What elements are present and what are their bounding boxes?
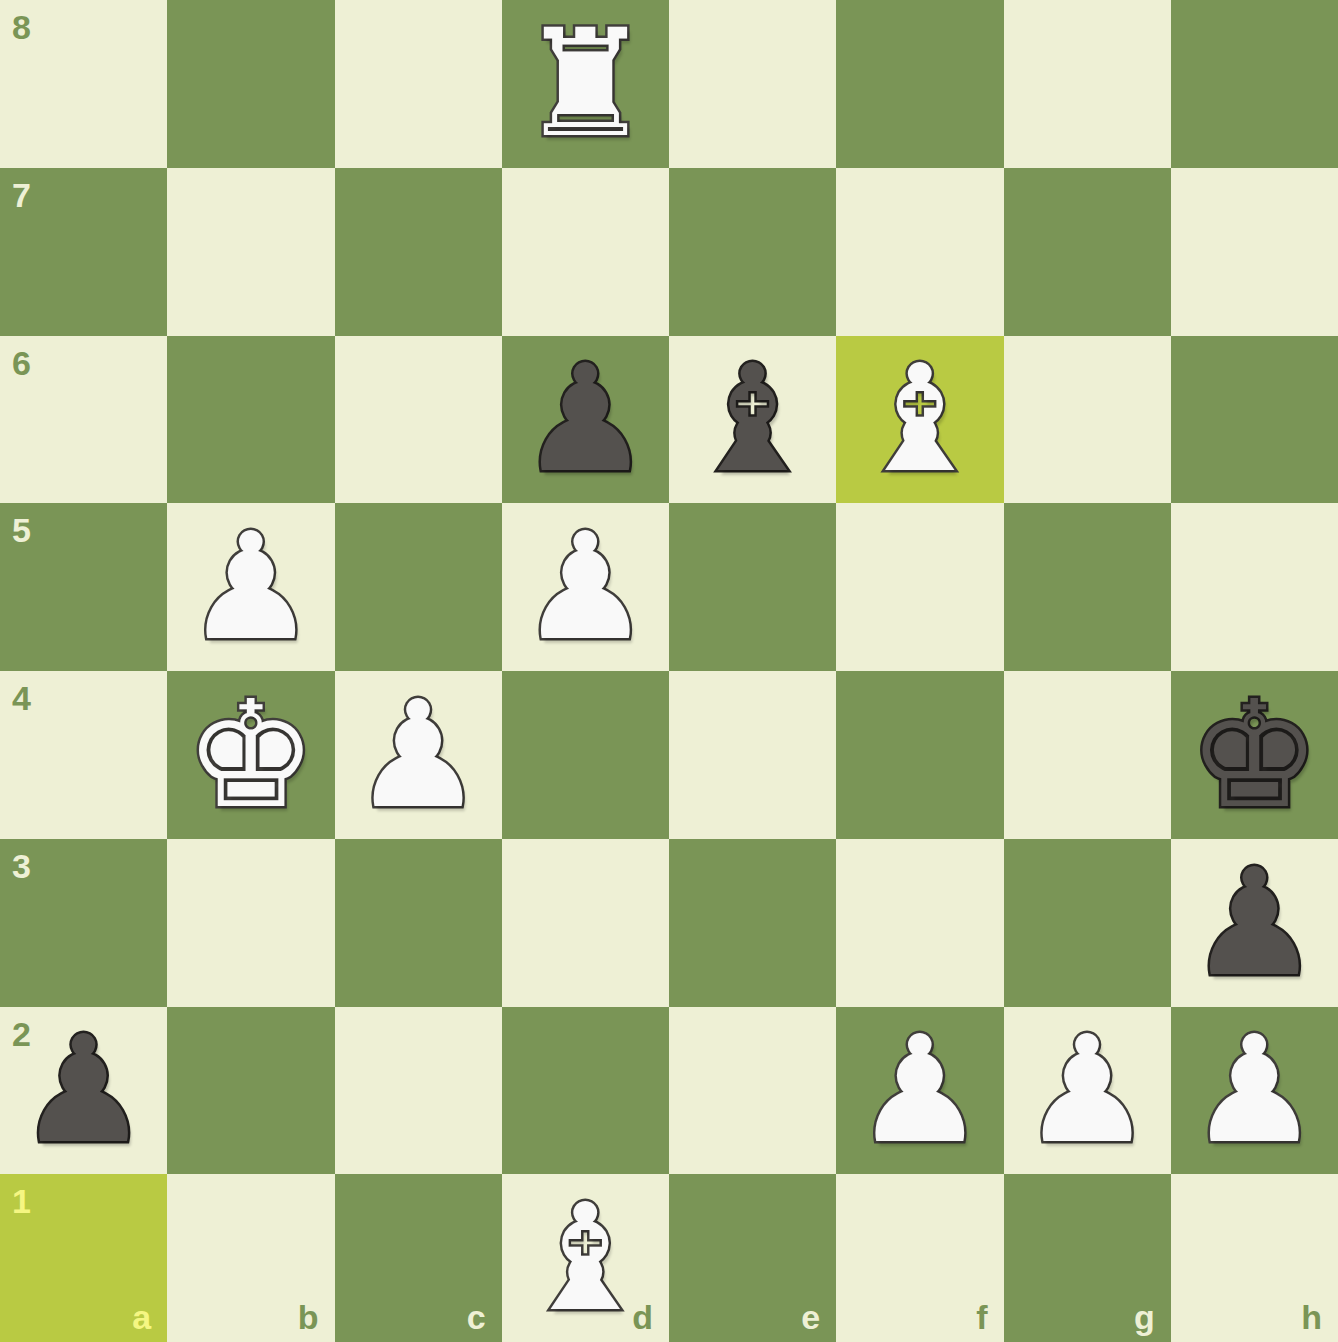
square-c1[interactable]: c: [335, 1174, 502, 1342]
square-b1[interactable]: b: [167, 1174, 334, 1342]
square-b2[interactable]: [167, 1007, 334, 1175]
file-label-e: e: [801, 1300, 820, 1334]
square-c6[interactable]: [335, 336, 502, 504]
square-d7[interactable]: [502, 168, 669, 336]
square-b8[interactable]: [167, 0, 334, 168]
square-d5[interactable]: ♟: [502, 503, 669, 671]
square-f8[interactable]: [836, 0, 1003, 168]
black-pawn-icon[interactable]: ♟: [502, 336, 669, 504]
square-f4[interactable]: [836, 671, 1003, 839]
square-f7[interactable]: [836, 168, 1003, 336]
square-a1[interactable]: 1a: [0, 1174, 167, 1342]
rank-label-1: 1: [12, 1184, 31, 1218]
square-e7[interactable]: [669, 168, 836, 336]
square-e8[interactable]: [669, 0, 836, 168]
file-label-f: f: [976, 1300, 987, 1334]
square-b5[interactable]: ♟: [167, 503, 334, 671]
white-pawn-icon[interactable]: ♟: [335, 671, 502, 839]
square-e1[interactable]: e: [669, 1174, 836, 1342]
square-h3[interactable]: ♟: [1171, 839, 1338, 1007]
file-label-a: a: [132, 1300, 151, 1334]
square-b6[interactable]: [167, 336, 334, 504]
white-king-icon[interactable]: ♚: [167, 671, 334, 839]
square-g6[interactable]: [1004, 336, 1171, 504]
file-label-b: b: [298, 1300, 319, 1334]
white-pawn-icon[interactable]: ♟: [1004, 1007, 1171, 1175]
rank-label-3: 3: [12, 849, 31, 883]
white-bishop-icon[interactable]: ♝: [502, 1174, 669, 1342]
square-d1[interactable]: d♝: [502, 1174, 669, 1342]
square-b7[interactable]: [167, 168, 334, 336]
square-e2[interactable]: [669, 1007, 836, 1175]
white-pawn-icon[interactable]: ♟: [836, 1007, 1003, 1175]
white-pawn-icon[interactable]: ♟: [502, 503, 669, 671]
square-a4[interactable]: 4: [0, 671, 167, 839]
square-c7[interactable]: [335, 168, 502, 336]
black-king-icon[interactable]: ♚: [1171, 671, 1338, 839]
square-d4[interactable]: [502, 671, 669, 839]
square-f3[interactable]: [836, 839, 1003, 1007]
white-rook-icon[interactable]: ♜: [502, 0, 669, 168]
black-pawn-icon[interactable]: ♟: [0, 1007, 167, 1175]
square-g4[interactable]: [1004, 671, 1171, 839]
chess-board: 8♜76♟♝♝5♟♟4♚♟♚3♟2♟♟♟♟1abcd♝efgh: [0, 0, 1338, 1342]
white-bishop-icon[interactable]: ♝: [836, 336, 1003, 504]
rank-label-5: 5: [12, 513, 31, 547]
square-h2[interactable]: ♟: [1171, 1007, 1338, 1175]
square-f5[interactable]: [836, 503, 1003, 671]
square-d3[interactable]: [502, 839, 669, 1007]
square-c8[interactable]: [335, 0, 502, 168]
rank-label-7: 7: [12, 178, 31, 212]
square-a3[interactable]: 3: [0, 839, 167, 1007]
square-c4[interactable]: ♟: [335, 671, 502, 839]
square-f2[interactable]: ♟: [836, 1007, 1003, 1175]
square-e4[interactable]: [669, 671, 836, 839]
white-pawn-icon[interactable]: ♟: [167, 503, 334, 671]
square-h6[interactable]: [1171, 336, 1338, 504]
square-a8[interactable]: 8: [0, 0, 167, 168]
square-h8[interactable]: [1171, 0, 1338, 168]
square-a7[interactable]: 7: [0, 168, 167, 336]
square-b4[interactable]: ♚: [167, 671, 334, 839]
square-g3[interactable]: [1004, 839, 1171, 1007]
square-a2[interactable]: 2♟: [0, 1007, 167, 1175]
rank-label-6: 6: [12, 346, 31, 380]
square-g8[interactable]: [1004, 0, 1171, 168]
square-g1[interactable]: g: [1004, 1174, 1171, 1342]
square-b3[interactable]: [167, 839, 334, 1007]
square-c3[interactable]: [335, 839, 502, 1007]
square-f6[interactable]: ♝: [836, 336, 1003, 504]
square-h4[interactable]: ♚: [1171, 671, 1338, 839]
square-h5[interactable]: [1171, 503, 1338, 671]
square-d8[interactable]: ♜: [502, 0, 669, 168]
square-g7[interactable]: [1004, 168, 1171, 336]
square-g2[interactable]: ♟: [1004, 1007, 1171, 1175]
square-e5[interactable]: [669, 503, 836, 671]
file-label-h: h: [1301, 1300, 1322, 1334]
square-f1[interactable]: f: [836, 1174, 1003, 1342]
square-a5[interactable]: 5: [0, 503, 167, 671]
rank-label-4: 4: [12, 681, 31, 715]
rank-label-8: 8: [12, 10, 31, 44]
file-label-c: c: [467, 1300, 486, 1334]
square-a6[interactable]: 6: [0, 336, 167, 504]
square-c5[interactable]: [335, 503, 502, 671]
black-pawn-icon[interactable]: ♟: [1171, 839, 1338, 1007]
white-pawn-icon[interactable]: ♟: [1171, 1007, 1338, 1175]
square-e6[interactable]: ♝: [669, 336, 836, 504]
black-bishop-icon[interactable]: ♝: [669, 336, 836, 504]
square-c2[interactable]: [335, 1007, 502, 1175]
square-h7[interactable]: [1171, 168, 1338, 336]
square-d2[interactable]: [502, 1007, 669, 1175]
square-h1[interactable]: h: [1171, 1174, 1338, 1342]
square-d6[interactable]: ♟: [502, 336, 669, 504]
square-g5[interactable]: [1004, 503, 1171, 671]
file-label-g: g: [1134, 1300, 1155, 1334]
square-e3[interactable]: [669, 839, 836, 1007]
